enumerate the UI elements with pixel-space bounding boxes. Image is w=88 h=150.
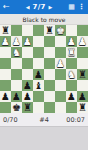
piece-black-pawn[interactable]: ♟ bbox=[67, 91, 76, 102]
square-c7[interactable]: ♟ bbox=[22, 36, 33, 47]
square-a7[interactable]: ♟ bbox=[0, 36, 11, 47]
square-d1[interactable] bbox=[33, 102, 44, 113]
piece-black-rook[interactable]: ♜ bbox=[23, 102, 32, 113]
square-h2[interactable]: ♟ bbox=[77, 91, 88, 102]
square-e3[interactable] bbox=[44, 80, 55, 91]
square-g1[interactable] bbox=[66, 102, 77, 113]
square-c8[interactable] bbox=[22, 25, 33, 36]
piece-black-pawn[interactable]: ♟ bbox=[78, 91, 87, 102]
back-arrow-icon[interactable]: ← bbox=[3, 0, 10, 14]
square-c5[interactable] bbox=[22, 58, 33, 69]
piece-black-pawn[interactable]: ♟ bbox=[12, 91, 21, 102]
square-e1[interactable] bbox=[44, 102, 55, 113]
square-a3[interactable] bbox=[0, 80, 11, 91]
square-a1[interactable] bbox=[0, 102, 11, 113]
turn-indicator: Black to move bbox=[0, 14, 88, 25]
square-b4[interactable] bbox=[11, 69, 22, 80]
square-g5[interactable] bbox=[66, 58, 77, 69]
square-d5[interactable] bbox=[33, 58, 44, 69]
square-b7[interactable]: ♟ bbox=[11, 36, 22, 47]
square-f3[interactable] bbox=[55, 80, 66, 91]
piece-white-pawn[interactable]: ♟ bbox=[23, 36, 32, 47]
square-a5[interactable] bbox=[0, 58, 11, 69]
piece-black-pawn[interactable]: ♟ bbox=[34, 69, 43, 80]
square-h6[interactable] bbox=[77, 47, 88, 58]
bottom-filler-area bbox=[0, 127, 88, 150]
piece-black-rook[interactable]: ♜ bbox=[78, 69, 87, 80]
chess-board: ♜♜♚♟♟♟♟♟♞♜♟♟♞♜♟♝♟♟♟♟♟♚♜♜ bbox=[0, 25, 88, 113]
piece-black-bishop[interactable]: ♝ bbox=[34, 80, 43, 91]
square-e2[interactable] bbox=[44, 91, 55, 102]
square-c4[interactable] bbox=[22, 69, 33, 80]
piece-white-pawn[interactable]: ♟ bbox=[12, 36, 21, 47]
square-g4[interactable]: ♞ bbox=[66, 69, 77, 80]
square-b3[interactable] bbox=[11, 80, 22, 91]
square-h7[interactable]: ♟ bbox=[77, 36, 88, 47]
next-puzzle-icon[interactable]: ▶ bbox=[48, 0, 52, 14]
square-d4[interactable]: ♟ bbox=[33, 69, 44, 80]
square-h3[interactable] bbox=[77, 80, 88, 91]
square-e4[interactable] bbox=[44, 69, 55, 80]
square-f1[interactable] bbox=[55, 102, 66, 113]
square-g3[interactable] bbox=[66, 80, 77, 91]
square-e7[interactable] bbox=[44, 36, 55, 47]
piece-black-pawn[interactable]: ♟ bbox=[23, 80, 32, 91]
score-counter: 0/70 bbox=[3, 116, 18, 124]
square-f6[interactable] bbox=[55, 47, 66, 58]
piece-white-king[interactable]: ♚ bbox=[56, 25, 65, 36]
piece-black-king[interactable]: ♚ bbox=[12, 102, 21, 113]
piece-white-pawn[interactable]: ♟ bbox=[56, 58, 65, 69]
square-e6[interactable] bbox=[44, 47, 55, 58]
square-b2[interactable]: ♟ bbox=[11, 91, 22, 102]
square-a8[interactable]: ♜ bbox=[0, 25, 11, 36]
square-e8[interactable]: ♜ bbox=[44, 25, 55, 36]
overflow-menu-icon[interactable]: ⋮ bbox=[78, 0, 85, 14]
piece-black-rook[interactable]: ♜ bbox=[78, 102, 87, 113]
square-h4[interactable]: ♜ bbox=[77, 69, 88, 80]
piece-black-rook[interactable]: ♜ bbox=[45, 25, 54, 36]
puzzle-navigation: ◀ 7/7 ▶ bbox=[26, 0, 53, 14]
timer: 00:07 bbox=[66, 116, 85, 124]
square-d3[interactable]: ♝ bbox=[33, 80, 44, 91]
square-a2[interactable]: ♟ bbox=[0, 91, 11, 102]
chess-app-screen: ← ◀ 7/7 ▶ ▦ ⋮ Black to move ♜♜♚♟♟♟♟♟♞♜♟♟… bbox=[0, 0, 88, 150]
square-g6[interactable]: ♜ bbox=[66, 47, 77, 58]
square-f7[interactable] bbox=[55, 36, 66, 47]
piece-white-rook[interactable]: ♜ bbox=[67, 47, 76, 58]
square-a6[interactable] bbox=[0, 47, 11, 58]
square-h1[interactable]: ♜ bbox=[77, 102, 88, 113]
piece-white-knight[interactable]: ♞ bbox=[12, 47, 21, 58]
square-h8[interactable] bbox=[77, 25, 88, 36]
piece-black-pawn[interactable]: ♟ bbox=[1, 91, 10, 102]
piece-white-pawn[interactable]: ♟ bbox=[78, 36, 87, 47]
piece-white-pawn[interactable]: ♟ bbox=[67, 36, 76, 47]
square-a4[interactable] bbox=[0, 69, 11, 80]
square-f5[interactable]: ♟ bbox=[55, 58, 66, 69]
square-g2[interactable]: ♟ bbox=[66, 91, 77, 102]
square-d2[interactable] bbox=[33, 91, 44, 102]
square-e5[interactable] bbox=[44, 58, 55, 69]
square-b1[interactable]: ♚ bbox=[11, 102, 22, 113]
square-d6[interactable] bbox=[33, 47, 44, 58]
square-g8[interactable] bbox=[66, 25, 77, 36]
piece-black-pawn[interactable]: ♟ bbox=[23, 91, 32, 102]
piece-white-pawn[interactable]: ♟ bbox=[1, 36, 10, 47]
square-b6[interactable]: ♞ bbox=[11, 47, 22, 58]
square-c3[interactable]: ♟ bbox=[22, 80, 33, 91]
square-d8[interactable] bbox=[33, 25, 44, 36]
piece-black-rook[interactable]: ♜ bbox=[1, 25, 10, 36]
square-h5[interactable] bbox=[77, 58, 88, 69]
square-c1[interactable]: ♜ bbox=[22, 102, 33, 113]
square-f8[interactable]: ♚ bbox=[55, 25, 66, 36]
square-c2[interactable]: ♟ bbox=[22, 91, 33, 102]
square-c6[interactable] bbox=[22, 47, 33, 58]
status-bar: 0/70 #4 00:07 bbox=[0, 113, 88, 127]
square-b5[interactable] bbox=[11, 58, 22, 69]
puzzle-counter: 7/7 bbox=[33, 0, 46, 14]
square-b8[interactable] bbox=[11, 25, 22, 36]
square-g7[interactable]: ♟ bbox=[66, 36, 77, 47]
board-grid-icon[interactable]: ▦ bbox=[68, 0, 75, 14]
piece-white-knight[interactable]: ♞ bbox=[67, 69, 76, 80]
square-f2[interactable] bbox=[55, 91, 66, 102]
square-d7[interactable] bbox=[33, 36, 44, 47]
square-f4[interactable] bbox=[55, 69, 66, 80]
app-bar: ← ◀ 7/7 ▶ ▦ ⋮ bbox=[0, 0, 88, 14]
prev-puzzle-icon[interactable]: ◀ bbox=[26, 0, 30, 14]
